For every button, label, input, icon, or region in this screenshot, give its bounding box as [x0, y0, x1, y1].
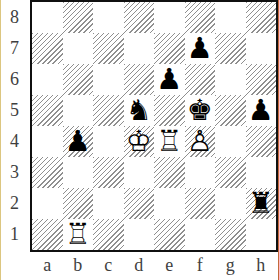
square-e6[interactable]: ♟ — [154, 64, 185, 95]
rank-label-2: 2 — [1, 188, 28, 219]
square-e4[interactable]: ♜♖ — [154, 126, 185, 157]
square-e8[interactable] — [154, 2, 185, 33]
square-c5[interactable] — [93, 95, 124, 126]
pawn-icon: ♟ — [187, 33, 213, 64]
rook-icon: ♖ — [156, 126, 182, 157]
square-c7[interactable] — [93, 33, 124, 64]
square-d6[interactable] — [124, 64, 155, 95]
square-g2[interactable] — [215, 188, 246, 219]
chess-diagram: 87654321 ♟♟♞♚♟♟♚♔♜♖♟♙♜♜♖ abcdefgh — [0, 0, 279, 280]
square-a7[interactable] — [32, 33, 63, 64]
square-c3[interactable] — [93, 157, 124, 188]
pawn-icon: ♙ — [187, 126, 213, 157]
square-b4[interactable]: ♟ — [63, 126, 94, 157]
square-c4[interactable] — [93, 126, 124, 157]
file-label-b: b — [63, 252, 94, 278]
square-a8[interactable] — [32, 2, 63, 33]
square-d8[interactable] — [124, 2, 155, 33]
square-b1[interactable]: ♜♖ — [63, 219, 94, 250]
file-labels: abcdefgh — [32, 252, 276, 278]
white-rook-e4: ♜♖ — [154, 126, 184, 157]
page-edge-line-right — [278, 0, 279, 280]
rook-icon: ♖ — [65, 219, 91, 250]
square-g5[interactable] — [215, 95, 246, 126]
king-icon: ♚ — [187, 95, 213, 126]
square-h3[interactable] — [246, 157, 277, 188]
rank-label-7: 7 — [1, 33, 28, 64]
square-b7[interactable] — [63, 33, 94, 64]
square-g7[interactable] — [215, 33, 246, 64]
square-g8[interactable] — [215, 2, 246, 33]
white-rook-b1: ♜♖ — [63, 219, 93, 250]
rook-icon: ♜ — [248, 188, 274, 219]
square-g6[interactable] — [215, 64, 246, 95]
black-pawn-b4: ♟ — [63, 126, 93, 157]
square-f7[interactable]: ♟ — [185, 33, 216, 64]
file-label-e: e — [154, 252, 185, 278]
square-a5[interactable] — [32, 95, 63, 126]
rank-label-1: 1 — [1, 219, 28, 250]
square-e1[interactable] — [154, 219, 185, 250]
square-e2[interactable] — [154, 188, 185, 219]
square-b3[interactable] — [63, 157, 94, 188]
square-c8[interactable] — [93, 2, 124, 33]
square-c1[interactable] — [93, 219, 124, 250]
black-pawn-h5: ♟ — [246, 95, 276, 126]
square-g3[interactable] — [215, 157, 246, 188]
square-a3[interactable] — [32, 157, 63, 188]
black-rook-h2: ♜ — [246, 188, 276, 219]
black-pawn-e6: ♟ — [154, 64, 184, 95]
square-d2[interactable] — [124, 188, 155, 219]
square-b6[interactable] — [63, 64, 94, 95]
black-knight-d5: ♞ — [124, 95, 154, 126]
pawn-icon: ♟ — [156, 64, 182, 95]
rank-label-5: 5 — [1, 95, 28, 126]
pawn-icon: ♟ — [248, 95, 274, 126]
square-h1[interactable] — [246, 219, 277, 250]
rank-label-4: 4 — [1, 126, 28, 157]
rank-label-6: 6 — [1, 64, 28, 95]
square-a1[interactable] — [32, 219, 63, 250]
file-label-h: h — [246, 252, 277, 278]
file-label-d: d — [124, 252, 155, 278]
black-pawn-f7: ♟ — [185, 33, 215, 64]
square-h6[interactable] — [246, 64, 277, 95]
black-king-f5: ♚ — [185, 95, 215, 126]
square-g1[interactable] — [215, 219, 246, 250]
square-d1[interactable] — [124, 219, 155, 250]
square-e3[interactable] — [154, 157, 185, 188]
rank-label-8: 8 — [1, 2, 28, 33]
square-d3[interactable] — [124, 157, 155, 188]
square-h7[interactable] — [246, 33, 277, 64]
square-h8[interactable] — [246, 2, 277, 33]
file-label-f: f — [185, 252, 216, 278]
square-c6[interactable] — [93, 64, 124, 95]
rank-labels: 87654321 — [1, 2, 28, 250]
square-a2[interactable] — [32, 188, 63, 219]
square-f3[interactable] — [185, 157, 216, 188]
square-b8[interactable] — [63, 2, 94, 33]
square-e7[interactable] — [154, 33, 185, 64]
square-d7[interactable] — [124, 33, 155, 64]
square-e5[interactable] — [154, 95, 185, 126]
square-a6[interactable] — [32, 64, 63, 95]
square-b2[interactable] — [63, 188, 94, 219]
king-icon: ♔ — [126, 126, 152, 157]
square-f6[interactable] — [185, 64, 216, 95]
square-h4[interactable] — [246, 126, 277, 157]
rank-label-3: 3 — [1, 157, 28, 188]
white-pawn-f4: ♟♙ — [185, 126, 215, 157]
square-h2[interactable]: ♜ — [246, 188, 277, 219]
board: ♟♟♞♚♟♟♚♔♜♖♟♙♜♜♖ — [30, 0, 278, 252]
white-king-d4: ♚♔ — [124, 126, 154, 157]
file-label-g: g — [215, 252, 246, 278]
file-label-a: a — [32, 252, 63, 278]
file-label-c: c — [93, 252, 124, 278]
square-b5[interactable] — [63, 95, 94, 126]
square-c2[interactable] — [93, 188, 124, 219]
square-f1[interactable] — [185, 219, 216, 250]
square-a4[interactable] — [32, 126, 63, 157]
pawn-icon: ♟ — [65, 126, 91, 157]
square-g4[interactable] — [215, 126, 246, 157]
square-f8[interactable] — [185, 2, 216, 33]
knight-icon: ♞ — [126, 95, 152, 126]
square-f5[interactable]: ♚ — [185, 95, 216, 126]
square-d5[interactable]: ♞ — [124, 95, 155, 126]
square-f4[interactable]: ♟♙ — [185, 126, 216, 157]
square-h5[interactable]: ♟ — [246, 95, 277, 126]
square-f2[interactable] — [185, 188, 216, 219]
square-d4[interactable]: ♚♔ — [124, 126, 155, 157]
